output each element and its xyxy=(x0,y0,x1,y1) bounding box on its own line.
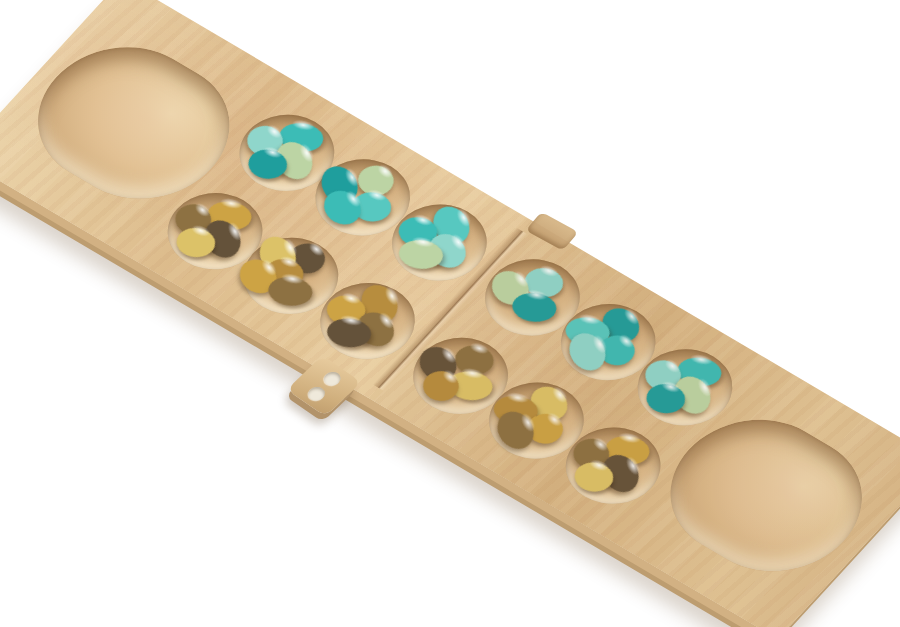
hinge-pin-icon xyxy=(304,383,327,402)
stone: ● xyxy=(591,293,658,353)
stone: ● xyxy=(512,253,580,305)
stone: ● xyxy=(340,178,408,230)
stone: ● xyxy=(351,271,415,333)
stone: ● xyxy=(519,372,586,432)
stone: ● xyxy=(315,305,386,354)
stone: ● xyxy=(277,229,343,284)
hinge-pin-icon xyxy=(320,368,343,387)
stone: ● xyxy=(634,369,702,421)
stone: ● xyxy=(346,151,412,206)
hinge-block xyxy=(287,355,362,416)
stone: ● xyxy=(664,362,728,424)
stone: ● xyxy=(442,331,510,383)
photo-background: ●●●● ●●●● ●●●● ●●● ●●●● ●●●● ●●●● ●●●●● … xyxy=(0,0,900,627)
stone: ● xyxy=(587,321,653,376)
stone: ● xyxy=(515,399,581,454)
stone: ● xyxy=(195,188,266,237)
stone: ● xyxy=(411,357,477,412)
stone: ● xyxy=(562,448,630,500)
stone: ● xyxy=(559,319,623,381)
stone: ● xyxy=(163,190,229,245)
stone: ● xyxy=(500,279,571,328)
stone: ● xyxy=(665,344,736,393)
stone: ● xyxy=(488,398,552,460)
stone: ● xyxy=(236,135,304,187)
stone: ● xyxy=(313,176,380,236)
stone: ● xyxy=(257,263,328,312)
stone: ● xyxy=(235,111,301,166)
stone: ● xyxy=(387,226,458,275)
mancala-board: ●●●● ●●●● ●●●● ●●● ●●●● ●●●● ●●●● ●●●●● … xyxy=(0,0,900,627)
stone: ● xyxy=(267,109,338,158)
stone: ● xyxy=(593,422,664,471)
hinge-block-far xyxy=(525,211,578,250)
stone: ● xyxy=(164,213,232,265)
stone: ● xyxy=(592,441,656,503)
stone: ● xyxy=(253,245,321,297)
stone: ● xyxy=(423,192,487,254)
